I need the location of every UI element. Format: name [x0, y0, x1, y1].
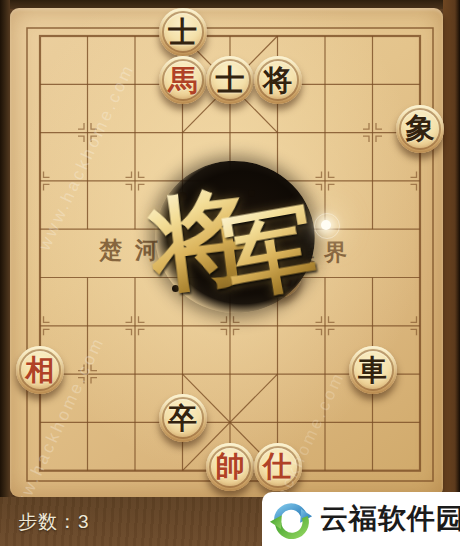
footer-watermark-text: 云福软件园	[320, 500, 460, 538]
piece-black-advisor-2[interactable]: 士	[206, 56, 254, 104]
footer-watermark-logo: 云福软件园	[262, 492, 460, 546]
piece-black-soldier[interactable]: 卒	[159, 394, 207, 442]
piece-char: 士	[216, 66, 245, 95]
piece-black-chariot[interactable]: 車	[349, 346, 397, 394]
piece-red-elephant[interactable]: 相	[16, 346, 64, 394]
piece-red-advisor[interactable]: 仕	[254, 443, 302, 491]
table-left-edge	[0, 0, 10, 546]
piece-red-soldier-screen[interactable]: 兵	[254, 201, 302, 249]
piece-char: 仕	[263, 452, 292, 481]
piece-char: 士	[168, 18, 197, 47]
piece-char: 象	[406, 114, 435, 143]
piece-char: 炮	[263, 259, 292, 288]
piece-char: 卒	[168, 404, 197, 433]
piece-black-general[interactable]: 将	[254, 56, 302, 104]
piece-char: 兵	[263, 211, 292, 240]
piece-char: 将	[263, 66, 292, 95]
table-right-edge	[443, 0, 460, 497]
step-counter: 步数：3	[18, 509, 90, 535]
piece-char: 相	[26, 356, 55, 385]
piece-red-horse[interactable]: 馬	[159, 56, 207, 104]
piece-black-elephant[interactable]: 象	[396, 105, 444, 153]
piece-black-advisor-1[interactable]: 士	[159, 8, 207, 56]
piece-char: 馬	[168, 66, 197, 95]
swirl-logo-icon	[269, 497, 313, 541]
piece-red-cannon[interactable]: 炮	[254, 250, 302, 298]
piece-red-general[interactable]: 帥	[206, 443, 254, 491]
piece-char: 帥	[216, 452, 245, 481]
piece-char: 車	[358, 356, 387, 385]
game-screen: 楚河 漢界 士馬士将象兵炮相車卒帥仕 www.hackhome.com www.…	[0, 0, 460, 546]
